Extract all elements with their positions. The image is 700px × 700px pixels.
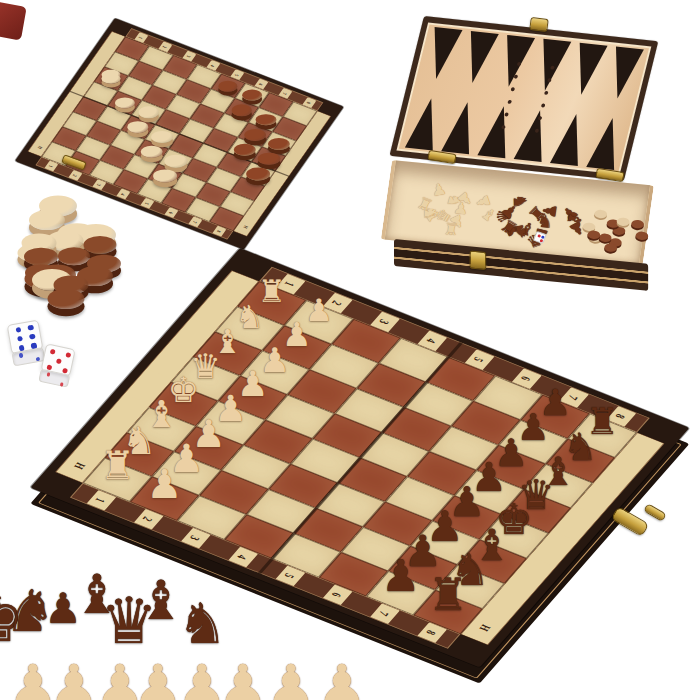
tray-die-pip (540, 239, 543, 242)
backgammon-point-top (567, 43, 607, 96)
tray-checker (604, 243, 618, 253)
checker-light (138, 107, 159, 118)
checker-dark (257, 153, 280, 166)
chess-board-clasp-hook (643, 503, 667, 522)
backgammon-point-top (458, 31, 498, 84)
die-pip (59, 382, 64, 387)
nail-dot (510, 87, 515, 91)
chess-piece-black-pawn: ♟ (381, 554, 420, 598)
tray-light-piece: ♞ (421, 206, 438, 221)
chess-piece-white-rook: ♜ (100, 445, 135, 484)
die-pip (17, 336, 23, 342)
front-dark-knight: ♞ (177, 596, 227, 652)
checker-light (153, 169, 177, 182)
tray-dark-piece: ♟ (540, 203, 560, 220)
red-object-corner (0, 1, 27, 40)
checker-light (127, 122, 148, 134)
box-front-clasp (470, 250, 486, 270)
backgammon-point-top (422, 27, 462, 80)
backgammon-point-top (603, 47, 643, 100)
tray-checker (635, 231, 649, 241)
die-pip (66, 352, 72, 358)
checker-dark (231, 105, 252, 116)
chess-piece-white-pawn: ♟ (147, 463, 183, 503)
checker-light (151, 131, 173, 143)
die-pip (49, 349, 55, 355)
die-pip (46, 372, 51, 377)
blue-die (7, 320, 46, 366)
checker-light (140, 145, 163, 157)
die-pip (15, 327, 21, 333)
box-clasp-top (529, 17, 548, 32)
backgammon-point-bottom (586, 116, 626, 169)
checker-dark (255, 114, 276, 126)
pile-checker-dark (84, 236, 117, 254)
tray-checker (631, 219, 645, 229)
front-light-pawn: ♟ (316, 657, 368, 700)
tray-dark-piece: ♞ (511, 221, 530, 240)
checker-light (164, 155, 187, 168)
tray-light-piece: ♜ (443, 219, 460, 236)
tray-die-pip (541, 235, 544, 238)
checker-dark (218, 81, 237, 92)
nail-dot (541, 103, 546, 107)
die-pip (36, 357, 41, 362)
backgammon-point-top (495, 35, 535, 88)
front-light-pawn: ♟ (217, 657, 269, 700)
die-pip (28, 325, 34, 331)
pile-checker-dark (48, 289, 85, 309)
front-light-pawn: ♟ (265, 657, 317, 700)
front-light-pawn: ♟ (48, 657, 100, 700)
backgammon-point-bottom (477, 105, 517, 158)
nail-dot (544, 91, 549, 95)
pile-checker-dark (58, 247, 90, 265)
checker-dark (246, 167, 270, 180)
backgammon-point-bottom (405, 97, 445, 150)
checker-dark (244, 129, 266, 141)
backgammon-point-bottom (550, 113, 590, 166)
checker-dark (242, 90, 262, 101)
die-pip (19, 353, 24, 358)
chess-piece-black-rook: ♜ (428, 572, 468, 617)
tray-light-piece: ♟ (430, 181, 447, 199)
tray-checker (594, 209, 608, 219)
die-pip (29, 334, 35, 340)
die-pip (56, 358, 62, 364)
backgammon-point-bottom (514, 109, 554, 162)
backgammon-point-bottom (441, 101, 481, 154)
nail-dot (507, 100, 512, 104)
red-die (38, 343, 75, 387)
product-photo: 1234567812345678ABCDEFGHABCDEFGH ♟♝♞♟♜♟♛… (0, 0, 700, 700)
